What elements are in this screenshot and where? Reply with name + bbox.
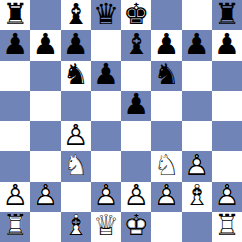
square-e5[interactable]: ♟ <box>121 91 151 121</box>
piece-glyph: ♜ <box>2 0 28 29</box>
white-bishop[interactable]: ♝♗ <box>63 211 89 240</box>
black-knight[interactable]: ♞ <box>153 60 179 89</box>
piece-outline: ♔ <box>123 211 149 240</box>
square-h1[interactable]: ♜♖ <box>212 212 242 242</box>
piece-glyph: ♟ <box>123 90 149 119</box>
black-rook[interactable]: ♜ <box>214 0 240 29</box>
square-b4[interactable] <box>30 121 60 151</box>
piece-outline: ♙ <box>214 181 240 210</box>
square-g7[interactable]: ♟ <box>182 30 212 60</box>
piece-outline: ♖ <box>214 211 240 240</box>
piece-glyph: ♟ <box>32 30 58 59</box>
piece-outline: ♗ <box>63 211 89 240</box>
square-b5[interactable] <box>30 91 60 121</box>
piece-outline: ♙ <box>123 181 149 210</box>
square-h6[interactable] <box>212 61 242 91</box>
piece-outline: ♘ <box>153 151 179 180</box>
piece-glyph: ♟ <box>2 30 28 59</box>
square-h8[interactable]: ♜ <box>212 0 242 30</box>
square-a7[interactable]: ♟ <box>0 30 30 60</box>
white-pawn[interactable]: ♟♙ <box>214 181 240 210</box>
square-e1[interactable]: ♚♔ <box>121 212 151 242</box>
square-f8[interactable] <box>151 0 181 30</box>
black-pawn[interactable]: ♟ <box>32 30 58 59</box>
black-bishop[interactable]: ♝ <box>123 30 149 59</box>
chess-board: ♜♝♛♚♜♟♟♟♝♟♟♟♞♟♞♟♟♙♞♘♞♘♟♙♟♙♟♙♟♙♟♙♟♙♝♗♟♙♜♖… <box>0 0 242 242</box>
black-pawn[interactable]: ♟ <box>123 90 149 119</box>
square-f5[interactable] <box>151 91 181 121</box>
square-f3[interactable]: ♞♘ <box>151 151 181 181</box>
square-e8[interactable]: ♚ <box>121 0 151 30</box>
black-pawn[interactable]: ♟ <box>2 30 28 59</box>
piece-glyph: ♜ <box>214 0 240 29</box>
square-b6[interactable] <box>30 61 60 91</box>
black-pawn[interactable]: ♟ <box>93 60 119 89</box>
square-g3[interactable]: ♟♙ <box>182 151 212 181</box>
black-pawn[interactable]: ♟ <box>214 30 240 59</box>
square-f6[interactable]: ♞ <box>151 61 181 91</box>
piece-outline: ♘ <box>63 151 89 180</box>
piece-outline: ♙ <box>93 181 119 210</box>
square-d4[interactable] <box>91 121 121 151</box>
white-rook[interactable]: ♜♖ <box>214 211 240 240</box>
white-pawn[interactable]: ♟♙ <box>63 121 89 150</box>
square-f7[interactable]: ♟ <box>151 30 181 60</box>
square-b2[interactable]: ♟♙ <box>30 182 60 212</box>
black-knight[interactable]: ♞ <box>63 60 89 89</box>
square-c6[interactable]: ♞ <box>61 61 91 91</box>
square-c4[interactable]: ♟♙ <box>61 121 91 151</box>
piece-glyph: ♚ <box>123 0 149 29</box>
piece-glyph: ♟ <box>214 30 240 59</box>
black-king[interactable]: ♚ <box>123 0 149 29</box>
square-f1[interactable] <box>151 212 181 242</box>
white-knight[interactable]: ♞♘ <box>63 151 89 180</box>
piece-glyph: ♝ <box>63 0 89 29</box>
square-c5[interactable] <box>61 91 91 121</box>
square-f2[interactable]: ♟♙ <box>151 182 181 212</box>
square-g6[interactable] <box>182 61 212 91</box>
white-pawn[interactable]: ♟♙ <box>93 181 119 210</box>
white-bishop[interactable]: ♝♗ <box>184 181 210 210</box>
square-g1[interactable] <box>182 212 212 242</box>
white-queen[interactable]: ♛♕ <box>93 211 119 240</box>
piece-outline: ♙ <box>2 181 28 210</box>
square-h7[interactable]: ♟ <box>212 30 242 60</box>
square-g5[interactable] <box>182 91 212 121</box>
piece-glyph: ♛ <box>93 0 119 29</box>
piece-glyph: ♟ <box>63 30 89 59</box>
square-d8[interactable]: ♛ <box>91 0 121 30</box>
square-h5[interactable] <box>212 91 242 121</box>
piece-outline: ♙ <box>184 151 210 180</box>
white-pawn[interactable]: ♟♙ <box>2 181 28 210</box>
square-b3[interactable] <box>30 151 60 181</box>
square-e3[interactable] <box>121 151 151 181</box>
square-a4[interactable] <box>0 121 30 151</box>
white-pawn[interactable]: ♟♙ <box>123 181 149 210</box>
piece-glyph: ♟ <box>184 30 210 59</box>
white-king[interactable]: ♚♔ <box>123 211 149 240</box>
piece-outline: ♙ <box>63 121 89 150</box>
square-f4[interactable] <box>151 121 181 151</box>
square-a1[interactable]: ♜♖ <box>0 212 30 242</box>
piece-glyph: ♝ <box>123 30 149 59</box>
white-pawn[interactable]: ♟♙ <box>32 181 58 210</box>
square-a2[interactable]: ♟♙ <box>0 182 30 212</box>
black-bishop[interactable]: ♝ <box>63 0 89 29</box>
square-b8[interactable] <box>30 0 60 30</box>
square-a8[interactable]: ♜ <box>0 0 30 30</box>
square-a5[interactable] <box>0 91 30 121</box>
piece-outline: ♙ <box>32 181 58 210</box>
black-rook[interactable]: ♜ <box>2 0 28 29</box>
square-c7[interactable]: ♟ <box>61 30 91 60</box>
piece-outline: ♙ <box>153 181 179 210</box>
black-queen[interactable]: ♛ <box>93 0 119 29</box>
square-c3[interactable]: ♞♘ <box>61 151 91 181</box>
square-b1[interactable] <box>30 212 60 242</box>
black-pawn[interactable]: ♟ <box>63 30 89 59</box>
square-e2[interactable]: ♟♙ <box>121 182 151 212</box>
square-g8[interactable] <box>182 0 212 30</box>
piece-outline: ♗ <box>184 181 210 210</box>
square-a3[interactable] <box>0 151 30 181</box>
square-d2[interactable]: ♟♙ <box>91 182 121 212</box>
piece-glyph: ♞ <box>153 60 179 89</box>
square-d7[interactable] <box>91 30 121 60</box>
piece-glyph: ♟ <box>93 60 119 89</box>
square-c1[interactable]: ♝♗ <box>61 212 91 242</box>
square-g4[interactable] <box>182 121 212 151</box>
square-c8[interactable]: ♝ <box>61 0 91 30</box>
square-d1[interactable]: ♛♕ <box>91 212 121 242</box>
piece-glyph: ♟ <box>153 30 179 59</box>
square-d5[interactable] <box>91 91 121 121</box>
square-h3[interactable] <box>212 151 242 181</box>
square-h4[interactable] <box>212 121 242 151</box>
square-c2[interactable] <box>61 182 91 212</box>
black-pawn[interactable]: ♟ <box>153 30 179 59</box>
piece-glyph: ♞ <box>63 60 89 89</box>
square-h2[interactable]: ♟♙ <box>212 182 242 212</box>
square-e4[interactable] <box>121 121 151 151</box>
piece-outline: ♖ <box>2 211 28 240</box>
piece-outline: ♕ <box>93 211 119 240</box>
square-e6[interactable] <box>121 61 151 91</box>
white-rook[interactable]: ♜♖ <box>2 211 28 240</box>
square-d3[interactable] <box>91 151 121 181</box>
square-d6[interactable]: ♟ <box>91 61 121 91</box>
white-pawn[interactable]: ♟♙ <box>184 151 210 180</box>
black-pawn[interactable]: ♟ <box>184 30 210 59</box>
square-b7[interactable]: ♟ <box>30 30 60 60</box>
white-pawn[interactable]: ♟♙ <box>153 181 179 210</box>
square-e7[interactable]: ♝ <box>121 30 151 60</box>
square-a6[interactable] <box>0 61 30 91</box>
white-knight[interactable]: ♞♘ <box>153 151 179 180</box>
square-g2[interactable]: ♝♗ <box>182 182 212 212</box>
